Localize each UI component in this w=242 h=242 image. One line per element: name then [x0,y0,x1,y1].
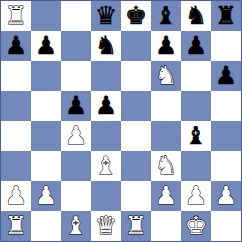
piece-white-pawn[interactable]: ♟ [215,181,237,211]
piece-black-bishop[interactable]: ♝ [155,1,177,31]
piece-white-knight[interactable]: ♞ [155,61,177,91]
square-g6[interactable] [181,61,211,91]
piece-white-pawn[interactable]: ♟ [5,181,27,211]
square-h3[interactable] [211,151,241,181]
square-a1[interactable]: ♜ [1,211,31,241]
square-f6[interactable]: ♞ [151,61,181,91]
square-a7[interactable]: ♟ [1,31,31,61]
square-g5[interactable] [181,91,211,121]
square-g4[interactable]: ♝ [181,121,211,151]
square-g8[interactable]: ♞ [181,1,211,31]
square-e7[interactable] [121,31,151,61]
piece-black-pawn[interactable]: ♟ [65,91,87,121]
square-e6[interactable] [121,61,151,91]
piece-black-queen[interactable]: ♛ [95,1,117,31]
piece-black-pawn[interactable]: ♟ [215,61,237,91]
square-b6[interactable] [31,61,61,91]
square-e3[interactable] [121,151,151,181]
square-c7[interactable] [61,31,91,61]
chess-board-container: ♜♛♚♝♞♜♟♟♞♟♟♞♟♟♟♟♝♝♞♟♟♟♟♟♜♝♛♜♚ [0,0,242,242]
square-h4[interactable] [211,121,241,151]
square-h8[interactable]: ♜ [211,1,241,31]
square-d6[interactable] [91,61,121,91]
square-f1[interactable] [151,211,181,241]
square-g1[interactable]: ♚ [181,211,211,241]
piece-black-pawn[interactable]: ♟ [35,31,57,61]
square-b7[interactable]: ♟ [31,31,61,61]
square-c2[interactable] [61,181,91,211]
square-g3[interactable] [181,151,211,181]
square-h7[interactable] [211,31,241,61]
square-a6[interactable] [1,61,31,91]
square-c1[interactable]: ♝ [61,211,91,241]
piece-white-pawn[interactable]: ♟ [185,181,207,211]
square-d2[interactable] [91,181,121,211]
square-h5[interactable] [211,91,241,121]
square-a2[interactable]: ♟ [1,181,31,211]
piece-black-pawn[interactable]: ♟ [155,31,177,61]
piece-black-knight[interactable]: ♞ [95,31,117,61]
square-a3[interactable] [1,151,31,181]
piece-black-king[interactable]: ♚ [125,1,147,31]
square-b5[interactable] [31,91,61,121]
square-d7[interactable]: ♞ [91,31,121,61]
square-a8[interactable]: ♜ [1,1,31,31]
square-c4[interactable]: ♟ [61,121,91,151]
square-d4[interactable] [91,121,121,151]
square-h2[interactable]: ♟ [211,181,241,211]
square-f3[interactable]: ♞ [151,151,181,181]
piece-white-pawn[interactable]: ♟ [155,181,177,211]
piece-white-pawn[interactable]: ♟ [35,181,57,211]
square-f4[interactable] [151,121,181,151]
piece-white-rook[interactable]: ♜ [5,1,27,31]
square-e4[interactable] [121,121,151,151]
square-c3[interactable] [61,151,91,181]
square-a4[interactable] [1,121,31,151]
piece-black-knight[interactable]: ♞ [185,1,207,31]
chess-board: ♜♛♚♝♞♜♟♟♞♟♟♞♟♟♟♟♝♝♞♟♟♟♟♟♜♝♛♜♚ [0,0,242,242]
piece-black-bishop[interactable]: ♝ [185,121,207,151]
square-e8[interactable]: ♚ [121,1,151,31]
square-d3[interactable]: ♝ [91,151,121,181]
piece-black-rook[interactable]: ♜ [215,1,237,31]
square-b8[interactable] [31,1,61,31]
square-b3[interactable] [31,151,61,181]
square-d1[interactable]: ♛ [91,211,121,241]
piece-black-pawn[interactable]: ♟ [95,91,117,121]
piece-white-knight[interactable]: ♞ [155,151,177,181]
square-f7[interactable]: ♟ [151,31,181,61]
piece-black-pawn[interactable]: ♟ [185,31,207,61]
piece-black-pawn[interactable]: ♟ [5,31,27,61]
square-e2[interactable] [121,181,151,211]
square-h1[interactable] [211,211,241,241]
square-f8[interactable]: ♝ [151,1,181,31]
square-d5[interactable]: ♟ [91,91,121,121]
square-d8[interactable]: ♛ [91,1,121,31]
square-f2[interactable]: ♟ [151,181,181,211]
square-c5[interactable]: ♟ [61,91,91,121]
square-h6[interactable]: ♟ [211,61,241,91]
square-c8[interactable] [61,1,91,31]
piece-white-bishop[interactable]: ♝ [95,151,117,181]
piece-white-rook[interactable]: ♜ [125,211,147,241]
square-b1[interactable] [31,211,61,241]
square-a5[interactable] [1,91,31,121]
piece-white-king[interactable]: ♚ [185,211,207,241]
piece-white-rook[interactable]: ♜ [5,211,27,241]
square-e5[interactable] [121,91,151,121]
square-b4[interactable] [31,121,61,151]
piece-white-queen[interactable]: ♛ [95,211,117,241]
piece-white-bishop[interactable]: ♝ [65,211,87,241]
square-b2[interactable]: ♟ [31,181,61,211]
square-e1[interactable]: ♜ [121,211,151,241]
square-g7[interactable]: ♟ [181,31,211,61]
square-g2[interactable]: ♟ [181,181,211,211]
square-c6[interactable] [61,61,91,91]
piece-white-pawn[interactable]: ♟ [65,121,87,151]
square-f5[interactable] [151,91,181,121]
